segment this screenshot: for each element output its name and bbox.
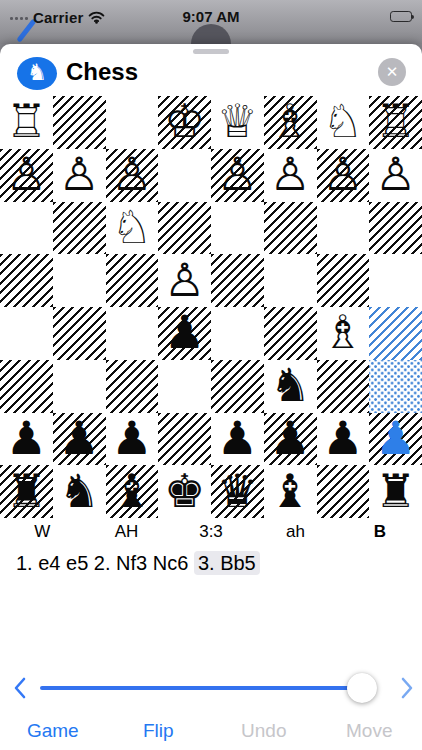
square-e8[interactable]: ♚ — [158, 465, 211, 518]
square-f3[interactable]: ♘ — [106, 202, 159, 255]
piece-wB-b5[interactable]: ♗ — [322, 309, 363, 355]
square-g2[interactable]: ♙ — [53, 149, 106, 202]
square-d1[interactable]: ♕ — [211, 96, 264, 149]
battery-icon — [390, 11, 414, 22]
square-h1[interactable]: ♖ — [0, 96, 53, 149]
sheet-grabber[interactable] — [193, 49, 229, 54]
square-e2[interactable] — [158, 149, 211, 202]
square-d7[interactable]: ♟ — [211, 413, 264, 466]
bottom-toolbar: Game Flip Undo Move — [0, 712, 422, 750]
square-f4[interactable] — [106, 254, 159, 307]
square-h3[interactable] — [0, 202, 53, 255]
piece-bB-c8[interactable]: ♝ — [270, 468, 311, 514]
piece-bP-f7[interactable]: ♟ — [111, 415, 152, 461]
status-bar: Carrier 9:07 AM — [0, 0, 422, 30]
piece-bR-h8[interactable]: ♜ — [6, 468, 47, 514]
piece-wP-f2[interactable]: ♙ — [111, 151, 152, 197]
square-h8[interactable]: ♜ — [0, 465, 53, 518]
slider-track[interactable] — [40, 686, 362, 690]
square-c7[interactable]: ♟ — [264, 413, 317, 466]
info-move-counter: 3:3 — [169, 522, 253, 542]
piece-bB-f8[interactable]: ♝ — [111, 468, 152, 514]
square-h4[interactable] — [0, 254, 53, 307]
piece-wQ-d1[interactable]: ♕ — [217, 98, 258, 144]
undo-button[interactable]: Undo — [211, 720, 317, 742]
square-d3[interactable] — [211, 202, 264, 255]
close-icon: ✕ — [386, 63, 399, 81]
move-history-slider — [0, 668, 422, 708]
piece-bP-c7[interactable]: ♟ — [270, 415, 311, 461]
move-pair-1[interactable]: 1. e4 e5 — [16, 552, 88, 574]
piece-wB-c1[interactable]: ♗ — [270, 98, 311, 144]
square-f5[interactable] — [106, 307, 159, 360]
game-button[interactable]: Game — [0, 720, 106, 742]
square-g8[interactable]: ♞ — [53, 465, 106, 518]
square-d4[interactable] — [211, 254, 264, 307]
piece-wP-d2[interactable]: ♙ — [217, 151, 258, 197]
square-a8[interactable]: ♜ — [369, 465, 422, 518]
chevron-left-icon[interactable] — [13, 677, 27, 699]
piece-bP-e5[interactable]: ♟ — [164, 309, 205, 355]
square-c3[interactable] — [264, 202, 317, 255]
move-pair-2[interactable]: 2. Nf3 Nc6 — [94, 552, 188, 574]
knight-logo-icon: ♞ — [27, 61, 48, 84]
piece-bP-b7[interactable]: ♟ — [322, 415, 363, 461]
square-b2[interactable]: ♙ — [317, 149, 370, 202]
square-a1[interactable]: ♖ — [369, 96, 422, 149]
flip-button[interactable]: Flip — [106, 720, 212, 742]
square-e4[interactable]: ♙ — [158, 254, 211, 307]
move-list: 1. e4 e5 2. Nf3 Nc6 3. Bb5 — [16, 552, 412, 575]
square-a7[interactable]: ♟ — [369, 413, 422, 466]
square-b5[interactable]: ♗ — [317, 307, 370, 360]
piece-bP-a7[interactable]: ♟ — [375, 415, 416, 461]
board-info-bar: W AH 3:3 ah B — [0, 518, 422, 546]
square-g7[interactable]: ♟ — [53, 413, 106, 466]
square-b8[interactable] — [317, 465, 370, 518]
info-black-to-move-label: B — [338, 522, 422, 542]
piece-bP-d7[interactable]: ♟ — [217, 415, 258, 461]
square-a6[interactable] — [369, 360, 422, 413]
square-b1[interactable]: ♘ — [317, 96, 370, 149]
chess-board[interactable]: ♖♔♕♗♘♖♙♙♙♙♙♙♙♘♙♟♗♞♟♟♟♟♟♟♟♜♞♝♚♛♝♜ — [0, 96, 422, 518]
square-b6[interactable] — [317, 360, 370, 413]
clock: 9:07 AM — [0, 8, 422, 25]
piece-wN-f3[interactable]: ♘ — [111, 204, 152, 250]
square-f8[interactable]: ♝ — [106, 465, 159, 518]
square-d8[interactable]: ♛ — [211, 465, 264, 518]
close-button[interactable]: ✕ — [378, 58, 406, 86]
square-f7[interactable]: ♟ — [106, 413, 159, 466]
piece-wP-a2[interactable]: ♙ — [375, 151, 416, 197]
square-e1[interactable]: ♔ — [158, 96, 211, 149]
square-f6[interactable] — [106, 360, 159, 413]
square-g6[interactable] — [53, 360, 106, 413]
square-d5[interactable] — [211, 307, 264, 360]
piece-wP-b2[interactable]: ♙ — [322, 151, 363, 197]
piece-wP-g2[interactable]: ♙ — [59, 151, 100, 197]
square-h7[interactable]: ♟ — [0, 413, 53, 466]
piece-wP-e4[interactable]: ♙ — [164, 257, 205, 303]
piece-bP-h7[interactable]: ♟ — [6, 415, 47, 461]
square-h2[interactable]: ♙ — [0, 149, 53, 202]
square-f2[interactable]: ♙ — [106, 149, 159, 202]
square-e7[interactable] — [158, 413, 211, 466]
page-title: Chess — [66, 58, 138, 86]
square-g5[interactable] — [53, 307, 106, 360]
move-button[interactable]: Move — [317, 720, 422, 742]
chess-sheet: ♞ Chess ✕ ♖♔♕♗♘♖♙♙♙♙♙♙♙♘♙♟♗♞♟♟♟♟♟♟♟♜♞♝♚♛… — [0, 44, 422, 750]
piece-bQ-d8[interactable]: ♛ — [217, 468, 258, 514]
square-e6[interactable] — [158, 360, 211, 413]
piece-bR-a8[interactable]: ♜ — [375, 468, 416, 514]
square-b7[interactable]: ♟ — [317, 413, 370, 466]
square-f1[interactable] — [106, 96, 159, 149]
piece-wP-h2[interactable]: ♙ — [6, 151, 47, 197]
square-d6[interactable] — [211, 360, 264, 413]
piece-bP-g7[interactable]: ♟ — [59, 415, 100, 461]
piece-bN-c6[interactable]: ♞ — [270, 362, 311, 408]
square-g1[interactable] — [53, 96, 106, 149]
piece-bN-g8[interactable]: ♞ — [59, 468, 100, 514]
square-c2[interactable]: ♙ — [264, 149, 317, 202]
slider-thumb[interactable] — [347, 673, 377, 703]
chess-app-logo: ♞ — [17, 57, 57, 90]
piece-wR-h1[interactable]: ♖ — [6, 98, 47, 144]
square-g3[interactable] — [53, 202, 106, 255]
square-c4[interactable] — [264, 254, 317, 307]
square-e3[interactable] — [158, 202, 211, 255]
square-d2[interactable]: ♙ — [211, 149, 264, 202]
square-e5[interactable]: ♟ — [158, 307, 211, 360]
square-a4[interactable] — [369, 254, 422, 307]
piece-wP-c2[interactable]: ♙ — [270, 151, 311, 197]
square-a3[interactable] — [369, 202, 422, 255]
info-files-upper-label: AH — [84, 522, 168, 542]
piece-wK-e1[interactable]: ♔ — [164, 98, 205, 144]
square-c1[interactable]: ♗ — [264, 96, 317, 149]
move-pair-3-current[interactable]: 3. Bb5 — [194, 551, 260, 575]
square-c5[interactable] — [264, 307, 317, 360]
square-c6[interactable]: ♞ — [264, 360, 317, 413]
piece-wR-a1[interactable]: ♖ — [375, 98, 416, 144]
info-files-lower-label: ah — [253, 522, 337, 542]
square-a5[interactable] — [369, 307, 422, 360]
square-h5[interactable] — [0, 307, 53, 360]
chevron-right-icon[interactable] — [400, 677, 414, 699]
square-c8[interactable]: ♝ — [264, 465, 317, 518]
piece-wN-b1[interactable]: ♘ — [322, 98, 363, 144]
sheet-header: ♞ Chess ✕ — [0, 56, 422, 96]
square-b3[interactable] — [317, 202, 370, 255]
square-b4[interactable] — [317, 254, 370, 307]
square-g4[interactable] — [53, 254, 106, 307]
piece-bK-e8[interactable]: ♚ — [164, 468, 205, 514]
square-a2[interactable]: ♙ — [369, 149, 422, 202]
info-white-label: W — [0, 522, 84, 542]
square-h6[interactable] — [0, 360, 53, 413]
